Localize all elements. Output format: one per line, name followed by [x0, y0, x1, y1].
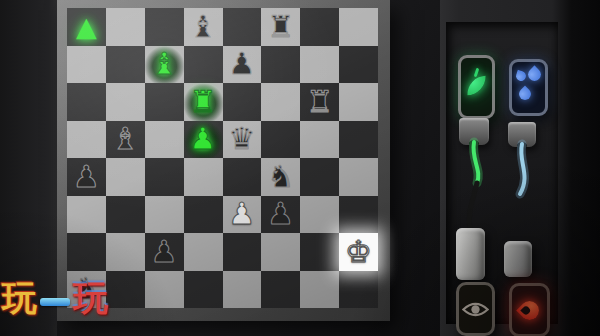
- square-c4[interactable]: [145, 158, 184, 196]
- socket-hole: [469, 140, 479, 147]
- square-c3[interactable]: [145, 196, 184, 234]
- black-bishop[interactable]: ♝: [190, 12, 217, 42]
- square-a3[interactable]: [67, 196, 106, 234]
- socket-hole: [517, 142, 527, 149]
- leaf-icon: [467, 76, 487, 96]
- water-drops-icon: [515, 70, 528, 83]
- fire-icon: [512, 286, 547, 334]
- square-d3[interactable]: [184, 196, 223, 234]
- square-a8[interactable]: ▲: [67, 8, 106, 46]
- square-a4[interactable]: ♟: [67, 158, 106, 196]
- element-console-panel: [440, 0, 600, 336]
- square-b2[interactable]: [106, 233, 145, 271]
- square-a7[interactable]: [67, 46, 106, 84]
- square-a5[interactable]: [67, 121, 106, 159]
- square-b1[interactable]: [106, 271, 145, 309]
- black-pawn[interactable]: ♟: [228, 49, 255, 79]
- square-c7[interactable]: ♝: [145, 46, 184, 84]
- square-b5[interactable]: ♝: [106, 121, 145, 159]
- square-e4[interactable]: [223, 158, 262, 196]
- water-slot-card[interactable]: [509, 59, 548, 116]
- green-wire-glow: [473, 142, 478, 183]
- watermark-dash: [40, 298, 70, 306]
- square-f1[interactable]: [261, 271, 300, 309]
- square-f6[interactable]: [261, 83, 300, 121]
- square-h2[interactable]: ♚: [339, 233, 378, 271]
- square-a2[interactable]: [67, 233, 106, 271]
- square-g7[interactable]: [300, 46, 339, 84]
- square-c2[interactable]: ♟: [145, 233, 184, 271]
- chess-board[interactable]: ▲♝♜♝♟♜♜♝♟♛♟♞♟♟♟♚♞: [67, 8, 378, 308]
- green-bishop[interactable]: ♝: [151, 49, 178, 79]
- black-rook[interactable]: ♜: [306, 87, 333, 117]
- black-bishop[interactable]: ♝: [112, 124, 139, 154]
- black-pawn[interactable]: ♟: [151, 237, 178, 267]
- game-screen: ▲♝♜♝♟♜♜♝♟♛♟♞♟♟♟♚♞: [0, 0, 600, 336]
- square-g2[interactable]: [300, 233, 339, 271]
- square-h7[interactable]: [339, 46, 378, 84]
- square-e8[interactable]: [223, 8, 262, 46]
- square-g6[interactable]: ♜: [300, 83, 339, 121]
- square-f7[interactable]: [261, 46, 300, 84]
- left-plug-cylinder[interactable]: [456, 228, 485, 280]
- square-h1[interactable]: [339, 271, 378, 309]
- chess-board-bezel: ▲♝♜♝♟♜♜♝♟♛♟♞♟♟♟♚♞: [57, 0, 390, 321]
- fire-button[interactable]: [509, 283, 550, 336]
- square-f3[interactable]: ♟: [261, 196, 300, 234]
- square-g3[interactable]: [300, 196, 339, 234]
- watermark: 玩 玩: [2, 281, 108, 316]
- square-b4[interactable]: [106, 158, 145, 196]
- square-d2[interactable]: [184, 233, 223, 271]
- square-e6[interactable]: [223, 83, 262, 121]
- square-b7[interactable]: [106, 46, 145, 84]
- white-king[interactable]: ♚: [345, 237, 372, 267]
- square-d1[interactable]: [184, 271, 223, 309]
- console-recess: [446, 22, 558, 324]
- square-g5[interactable]: [300, 121, 339, 159]
- square-h4[interactable]: [339, 158, 378, 196]
- leaf-icon-stem: [474, 68, 480, 77]
- blue-wire: [520, 144, 525, 194]
- square-c8[interactable]: [145, 8, 184, 46]
- eye-button[interactable]: [456, 282, 495, 336]
- black-rook[interactable]: ♜: [267, 12, 294, 42]
- square-g4[interactable]: [300, 158, 339, 196]
- square-e5[interactable]: ♛: [223, 121, 262, 159]
- square-e2[interactable]: [223, 233, 262, 271]
- black-knight[interactable]: ♞: [267, 162, 294, 192]
- white-pawn[interactable]: ♟: [228, 199, 255, 229]
- square-a6[interactable]: [67, 83, 106, 121]
- blue-wire-glow: [520, 144, 525, 194]
- square-b3[interactable]: [106, 196, 145, 234]
- square-d5[interactable]: ♟: [184, 121, 223, 159]
- square-e3[interactable]: ♟: [223, 196, 262, 234]
- green-pawn[interactable]: ♟: [190, 124, 217, 154]
- watermark-char: 玩: [2, 281, 37, 316]
- black-pawn[interactable]: ♟: [267, 199, 294, 229]
- green-rook[interactable]: ♜: [190, 87, 217, 117]
- right-plug-cylinder[interactable]: [504, 241, 532, 277]
- eye-icon: [459, 285, 492, 333]
- green-wire: [473, 142, 478, 183]
- square-f8[interactable]: ♜: [261, 8, 300, 46]
- square-f2[interactable]: [261, 233, 300, 271]
- square-c6[interactable]: [145, 83, 184, 121]
- square-f4[interactable]: ♞: [261, 158, 300, 196]
- water-drops-icon: [525, 65, 543, 83]
- square-h3[interactable]: [339, 196, 378, 234]
- square-h5[interactable]: [339, 121, 378, 159]
- water-drops-icon: [517, 86, 534, 103]
- square-f5[interactable]: [261, 121, 300, 159]
- square-d8[interactable]: ♝: [184, 8, 223, 46]
- square-d4[interactable]: [184, 158, 223, 196]
- leaf-wire-socket[interactable]: [459, 118, 489, 145]
- square-g8[interactable]: [300, 8, 339, 46]
- square-c1[interactable]: [145, 271, 184, 309]
- square-e1[interactable]: [223, 271, 262, 309]
- square-d7[interactable]: [184, 46, 223, 84]
- square-c5[interactable]: [145, 121, 184, 159]
- black-wire: [469, 183, 477, 230]
- green-triangle-marker[interactable]: ▲: [76, 13, 97, 40]
- square-e7[interactable]: ♟: [223, 46, 262, 84]
- watermark-char: 玩: [73, 281, 108, 316]
- leaf-slot-card[interactable]: [458, 55, 495, 119]
- square-b8[interactable]: [106, 8, 145, 46]
- black-queen[interactable]: ♛: [228, 124, 255, 154]
- square-d6[interactable]: ♜: [184, 83, 223, 121]
- square-g1[interactable]: [300, 271, 339, 309]
- black-pawn[interactable]: ♟: [73, 162, 100, 192]
- square-b6[interactable]: [106, 83, 145, 121]
- square-h8[interactable]: [339, 8, 378, 46]
- water-wire-socket[interactable]: [508, 122, 536, 147]
- square-h6[interactable]: [339, 83, 378, 121]
